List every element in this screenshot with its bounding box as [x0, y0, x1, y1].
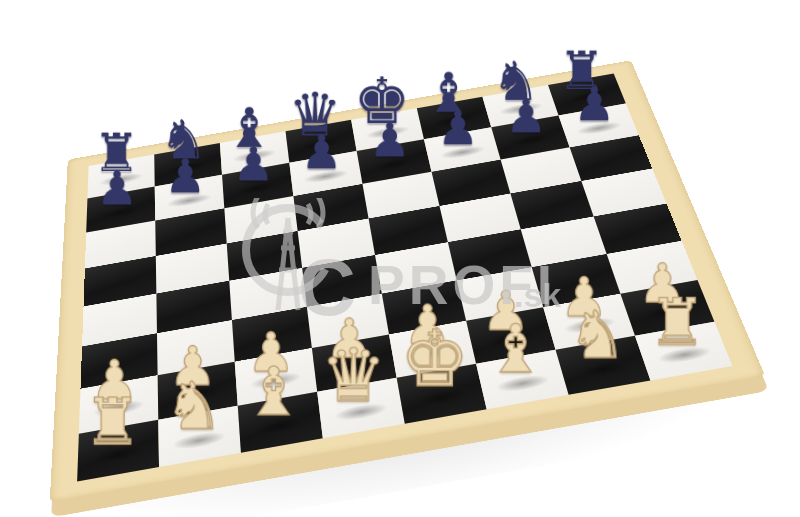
piece-glyph: ♚ — [399, 320, 468, 397]
square-d1[interactable]: ♛ — [317, 378, 405, 438]
square-c1[interactable]: ♝ — [238, 392, 323, 453]
piece-glyph: ♟ — [300, 129, 342, 176]
square-c7[interactable]: ♟ — [222, 163, 293, 208]
piece-glyph: ♝ — [244, 359, 304, 425]
chessboard: ♜♞♝♛♚♝♞♜♟♟♟♟♟♟♟♟♟♟♟♟♟♟♟♟♜♞♝♛♚♝♞♜ — [77, 73, 732, 481]
square-f1[interactable]: ♝ — [476, 350, 568, 410]
square-a1[interactable]: ♜ — [77, 420, 159, 482]
piece-glyph: ♞ — [567, 303, 626, 368]
piece-glyph: ♟ — [232, 141, 274, 188]
piece-glyph: ♛ — [321, 339, 386, 412]
piece-glyph: ♟ — [573, 81, 615, 128]
chessboard-3d: ♜♞♝♛♚♝♞♜♟♟♟♟♟♟♟♟♟♟♟♟♟♟♟♟♜♞♝♛♚♝♞♜ — [50, 60, 766, 502]
piece-glyph: ♜ — [84, 390, 142, 454]
piece-glyph: ♟ — [369, 117, 411, 164]
piece-glyph: ♝ — [486, 316, 546, 382]
piece-glyph: ♜ — [649, 290, 707, 354]
board-wooden-frame: ♜♞♝♛♚♝♞♜♟♟♟♟♟♟♟♟♟♟♟♟♟♟♟♟♜♞♝♛♚♝♞♜ — [50, 60, 766, 502]
chessboard-wrapper: ♜♞♝♛♚♝♞♜♟♟♟♟♟♟♟♟♟♟♟♟♟♟♟♟♜♞♝♛♚♝♞♜ — [4, 0, 745, 517]
piece-glyph: ♟ — [164, 153, 206, 200]
square-b1[interactable]: ♞ — [158, 406, 241, 467]
piece-glyph: ♟ — [437, 105, 479, 152]
product-photo: ♜♞♝♛♚♝♞♜♟♟♟♟♟♟♟♟♟♟♟♟♟♟♟♟♜♞♝♛♚♝♞♜ C PROFI… — [0, 0, 800, 517]
piece-glyph: ♟ — [96, 165, 138, 212]
square-g1[interactable]: ♞ — [556, 336, 651, 395]
square-h1[interactable]: ♜ — [635, 322, 732, 381]
piece-glyph: ♟ — [505, 93, 547, 140]
piece-glyph: ♞ — [164, 374, 223, 439]
square-e1[interactable]: ♚ — [397, 364, 487, 424]
